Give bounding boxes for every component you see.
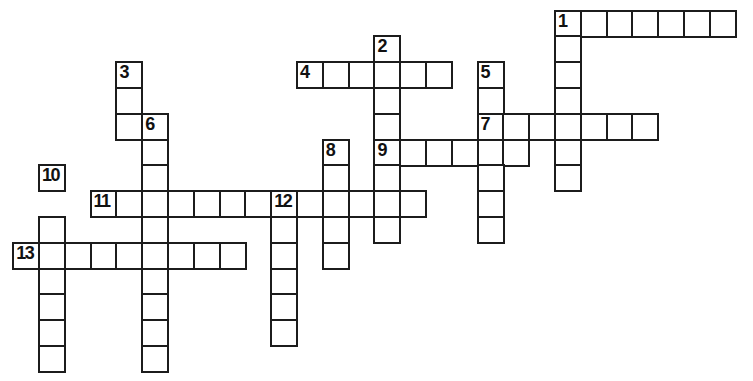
clue-number-4: 4 [300, 63, 309, 83]
cell-r5-c17[interactable] [451, 139, 479, 167]
cell-r2-c12[interactable] [322, 61, 350, 89]
cell-r5-c12[interactable]: 8 [322, 139, 350, 167]
cell-r9-c7[interactable] [193, 242, 221, 270]
cell-r6-c12[interactable] [322, 164, 350, 192]
cell-r2-c13[interactable] [348, 61, 376, 89]
cell-r6-c14[interactable] [373, 164, 401, 192]
cell-r2-c11[interactable]: 4 [296, 61, 324, 89]
cell-r2-c15[interactable] [399, 61, 427, 89]
cell-r10-c5[interactable] [141, 268, 169, 296]
cell-r0-c21[interactable]: 1 [554, 10, 582, 38]
cell-r7-c4[interactable] [115, 190, 143, 218]
cell-r7-c18[interactable] [477, 190, 505, 218]
cell-r3-c4[interactable] [115, 87, 143, 115]
cell-r11-c1[interactable] [38, 293, 66, 321]
cell-r8-c5[interactable] [141, 216, 169, 244]
cell-r9-c10[interactable] [270, 242, 298, 270]
cell-r6-c5[interactable] [141, 164, 169, 192]
cell-r9-c0[interactable]: 13 [12, 242, 40, 270]
cell-r8-c14[interactable] [373, 216, 401, 244]
cell-r2-c16[interactable] [425, 61, 453, 89]
clue-number-13: 13 [16, 244, 33, 264]
cell-r7-c13[interactable] [348, 190, 376, 218]
cell-r5-c19[interactable] [502, 139, 530, 167]
clue-number-12: 12 [274, 192, 291, 212]
cell-r13-c5[interactable] [141, 345, 169, 373]
cell-r4-c22[interactable] [580, 113, 608, 141]
cell-r1-c14[interactable]: 2 [373, 35, 401, 63]
cell-r9-c5[interactable] [141, 242, 169, 270]
cell-r9-c1[interactable] [38, 242, 66, 270]
cell-r7-c11[interactable] [296, 190, 324, 218]
cell-r6-c21[interactable] [554, 164, 582, 192]
cell-r5-c14[interactable]: 9 [373, 139, 401, 167]
cell-r0-c26[interactable] [683, 10, 711, 38]
cell-r3-c21[interactable] [554, 87, 582, 115]
cell-r12-c10[interactable] [270, 319, 298, 347]
cell-r2-c14[interactable] [373, 61, 401, 89]
cell-r7-c6[interactable] [167, 190, 195, 218]
cell-r4-c23[interactable] [606, 113, 634, 141]
cell-r6-c18[interactable] [477, 164, 505, 192]
cell-r4-c20[interactable] [528, 113, 556, 141]
clue-number-7: 7 [481, 115, 490, 135]
cell-r11-c10[interactable] [270, 293, 298, 321]
cell-r6-c1[interactable]: 10 [38, 164, 66, 192]
clue-number-9: 9 [377, 141, 386, 161]
cell-r9-c2[interactable] [64, 242, 92, 270]
cell-r7-c3[interactable]: 11 [90, 190, 118, 218]
cell-r5-c15[interactable] [399, 139, 427, 167]
cell-r12-c5[interactable] [141, 319, 169, 347]
clue-number-11: 11 [94, 192, 110, 212]
cell-r13-c1[interactable] [38, 345, 66, 373]
cell-r8-c10[interactable] [270, 216, 298, 244]
cell-r4-c18[interactable]: 7 [477, 113, 505, 141]
cell-r7-c15[interactable] [399, 190, 427, 218]
cell-r10-c10[interactable] [270, 268, 298, 296]
cell-r4-c24[interactable] [631, 113, 659, 141]
cell-r2-c4[interactable]: 3 [115, 61, 143, 89]
cell-r2-c18[interactable]: 5 [477, 61, 505, 89]
crossword-board: 12345678910111213 [0, 0, 753, 381]
cell-r8-c18[interactable] [477, 216, 505, 244]
cell-r5-c21[interactable] [554, 139, 582, 167]
cell-r7-c9[interactable] [244, 190, 272, 218]
cell-r5-c5[interactable] [141, 139, 169, 167]
cell-r3-c18[interactable] [477, 87, 505, 115]
cell-r0-c27[interactable] [709, 10, 737, 38]
cell-r1-c21[interactable] [554, 35, 582, 63]
cell-r5-c18[interactable] [477, 139, 505, 167]
clue-number-2: 2 [377, 37, 386, 57]
cell-r8-c1[interactable] [38, 216, 66, 244]
cell-r9-c3[interactable] [90, 242, 118, 270]
cell-r9-c12[interactable] [322, 242, 350, 270]
clue-number-6: 6 [145, 115, 154, 135]
cell-r8-c12[interactable] [322, 216, 350, 244]
cell-r9-c4[interactable] [115, 242, 143, 270]
cell-r4-c5[interactable]: 6 [141, 113, 169, 141]
cell-r4-c4[interactable] [115, 113, 143, 141]
cell-r2-c21[interactable] [554, 61, 582, 89]
cell-r5-c16[interactable] [425, 139, 453, 167]
cell-r7-c10[interactable]: 12 [270, 190, 298, 218]
clue-number-1: 1 [558, 12, 567, 32]
cell-r7-c8[interactable] [219, 190, 247, 218]
cell-r7-c7[interactable] [193, 190, 221, 218]
cell-r4-c14[interactable] [373, 113, 401, 141]
clue-number-8: 8 [326, 141, 335, 161]
cell-r10-c1[interactable] [38, 268, 66, 296]
cell-r7-c5[interactable] [141, 190, 169, 218]
cell-r0-c23[interactable] [606, 10, 634, 38]
cell-r0-c25[interactable] [657, 10, 685, 38]
cell-r12-c1[interactable] [38, 319, 66, 347]
clue-number-10: 10 [42, 166, 59, 186]
cell-r0-c24[interactable] [631, 10, 659, 38]
cell-r9-c6[interactable] [167, 242, 195, 270]
cell-r0-c22[interactable] [580, 10, 608, 38]
clue-number-3: 3 [119, 63, 128, 83]
cell-r4-c19[interactable] [502, 113, 530, 141]
cell-r9-c8[interactable] [219, 242, 247, 270]
cell-r11-c5[interactable] [141, 293, 169, 321]
clue-number-5: 5 [481, 63, 490, 83]
cell-r7-c12[interactable] [322, 190, 350, 218]
cell-r3-c14[interactable] [373, 87, 401, 115]
cell-r7-c14[interactable] [373, 190, 401, 218]
cell-r4-c21[interactable] [554, 113, 582, 141]
